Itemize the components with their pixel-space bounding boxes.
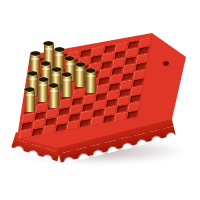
case-mouth: [54, 47, 65, 52]
brass-highlight: [54, 54, 64, 56]
brass-highlight: [41, 68, 51, 70]
case-mouth: [43, 41, 54, 46]
brass-highlight: [86, 75, 96, 77]
brass-case-piece[interactable]: [38, 79, 48, 102]
case-mouth: [85, 68, 96, 73]
brass-case-piece[interactable]: [86, 70, 96, 93]
case-mouth: [40, 61, 51, 66]
brass-highlight: [44, 48, 54, 50]
case-mouth: [48, 83, 59, 88]
brass-case-piece[interactable]: [25, 89, 35, 112]
brass-highlight: [25, 94, 35, 96]
brass-highlight: [51, 74, 61, 76]
brass-highlight: [38, 84, 48, 86]
case-mouth: [30, 51, 41, 56]
brass-highlight: [49, 90, 59, 92]
brass-highlight: [28, 78, 38, 80]
brass-highlight: [65, 63, 75, 65]
case-mouth: [61, 72, 72, 77]
case-mouth: [51, 67, 62, 72]
brass-case-piece[interactable]: [62, 74, 72, 97]
brass-case-piece[interactable]: [75, 64, 85, 87]
product-photo-scene: [0, 0, 200, 200]
brass-highlight: [62, 79, 72, 81]
cavity-cell[interactable]: [126, 110, 139, 120]
case-mouth: [38, 77, 49, 82]
brass-highlight: [30, 58, 40, 60]
case-mouth: [24, 87, 35, 92]
brass-case-piece[interactable]: [49, 85, 59, 108]
mounting-hole: [163, 61, 169, 66]
brass-highlight: [75, 69, 85, 71]
case-mouth: [27, 71, 38, 76]
case-mouth: [64, 56, 75, 61]
case-mouth: [75, 62, 86, 67]
